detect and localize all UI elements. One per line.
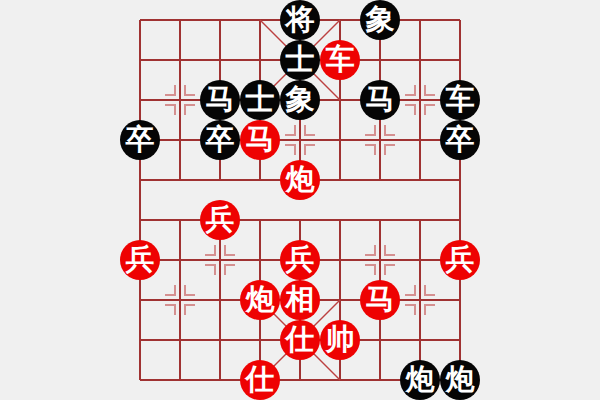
piece-black-advisor[interactable]: 士: [240, 80, 280, 120]
piece-red-soldier[interactable]: 兵: [120, 240, 160, 280]
piece-red-horse[interactable]: 马: [360, 280, 400, 320]
piece-black-horse[interactable]: 马: [360, 80, 400, 120]
piece-black-general[interactable]: 将: [280, 0, 320, 40]
piece-red-chariot[interactable]: 车: [320, 40, 360, 80]
piece-red-general[interactable]: 帅: [320, 320, 360, 360]
piece-red-elephant[interactable]: 相: [280, 280, 320, 320]
piece-black-cannon[interactable]: 炮: [440, 360, 480, 400]
piece-black-elephant[interactable]: 象: [280, 80, 320, 120]
piece-red-advisor[interactable]: 仕: [240, 360, 280, 400]
piece-black-soldier[interactable]: 卒: [200, 120, 240, 160]
piece-black-advisor[interactable]: 士: [280, 40, 320, 80]
piece-red-soldier[interactable]: 兵: [200, 200, 240, 240]
piece-red-soldier[interactable]: 兵: [440, 240, 480, 280]
piece-red-horse[interactable]: 马: [240, 120, 280, 160]
piece-black-elephant[interactable]: 象: [360, 0, 400, 40]
piece-black-horse[interactable]: 马: [200, 80, 240, 120]
xiangqi-board: 将象士马士象马车卒卒卒炮炮车马炮兵兵兵兵炮相马仕帅仕: [0, 0, 600, 400]
piece-red-cannon[interactable]: 炮: [240, 280, 280, 320]
piece-red-soldier[interactable]: 兵: [280, 240, 320, 280]
piece-red-cannon[interactable]: 炮: [280, 160, 320, 200]
piece-layer: 将象士马士象马车卒卒卒炮炮车马炮兵兵兵兵炮相马仕帅仕: [120, 0, 480, 400]
piece-black-chariot[interactable]: 车: [440, 80, 480, 120]
piece-black-soldier[interactable]: 卒: [120, 120, 160, 160]
piece-black-soldier[interactable]: 卒: [440, 120, 480, 160]
piece-black-cannon[interactable]: 炮: [400, 360, 440, 400]
piece-red-advisor[interactable]: 仕: [280, 320, 320, 360]
